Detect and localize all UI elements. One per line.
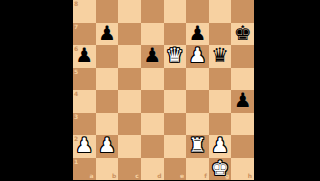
rank-label-5: 5 <box>74 69 78 75</box>
black-king-h7[interactable]: ♚ <box>234 23 252 43</box>
black-queen-g6[interactable]: ♛ <box>211 45 229 65</box>
square-f3[interactable] <box>186 113 209 136</box>
square-b1[interactable]: b <box>96 158 119 181</box>
file-label-h: h <box>248 173 252 179</box>
file-label-a: a <box>90 173 94 179</box>
black-pawn-d6[interactable]: ♟ <box>143 45 161 65</box>
square-h2[interactable] <box>231 135 254 158</box>
rank-label-3: 3 <box>74 114 78 120</box>
square-b2[interactable]: ♟ <box>96 135 119 158</box>
black-pawn-f7[interactable]: ♟ <box>188 23 206 43</box>
square-g4[interactable] <box>209 90 232 113</box>
file-label-d: d <box>157 173 161 179</box>
square-e3[interactable] <box>164 113 187 136</box>
square-e6[interactable]: ♛ <box>164 45 187 68</box>
black-pawn-h4[interactable]: ♟ <box>234 90 252 110</box>
square-g6[interactable]: ♛ <box>209 45 232 68</box>
square-d2[interactable] <box>141 135 164 158</box>
square-a1[interactable]: 1a <box>73 158 96 181</box>
square-c3[interactable] <box>118 113 141 136</box>
file-label-c: c <box>135 173 139 179</box>
square-f7[interactable]: ♟ <box>186 23 209 46</box>
white-rook-f2[interactable]: ♜ <box>188 135 206 155</box>
square-c6[interactable] <box>118 45 141 68</box>
square-c5[interactable] <box>118 68 141 91</box>
white-king-g1[interactable]: ♚ <box>211 158 229 178</box>
square-d4[interactable] <box>141 90 164 113</box>
rank-label-4: 4 <box>74 91 78 97</box>
square-f2[interactable]: ♜ <box>186 135 209 158</box>
square-e1[interactable]: e <box>164 158 187 181</box>
square-b8[interactable] <box>96 0 119 23</box>
square-e7[interactable] <box>164 23 187 46</box>
square-e8[interactable] <box>164 0 187 23</box>
square-g2[interactable]: ♟ <box>209 135 232 158</box>
square-a2[interactable]: 2♟ <box>73 135 96 158</box>
white-queen-e6[interactable]: ♛ <box>166 45 184 65</box>
square-d3[interactable] <box>141 113 164 136</box>
square-a8[interactable]: 8 <box>73 0 96 23</box>
white-pawn-a2[interactable]: ♟ <box>75 135 93 155</box>
square-a5[interactable]: 5 <box>73 68 96 91</box>
square-h7[interactable]: ♚ <box>231 23 254 46</box>
square-d6[interactable]: ♟ <box>141 45 164 68</box>
square-a7[interactable]: 7 <box>73 23 96 46</box>
square-b6[interactable] <box>96 45 119 68</box>
square-h3[interactable] <box>231 113 254 136</box>
rank-label-1: 1 <box>74 159 78 165</box>
square-f8[interactable] <box>186 0 209 23</box>
square-h8[interactable] <box>231 0 254 23</box>
square-a4[interactable]: 4 <box>73 90 96 113</box>
square-h1[interactable]: h <box>231 158 254 181</box>
square-d1[interactable]: d <box>141 158 164 181</box>
white-pawn-f6[interactable]: ♟ <box>188 45 206 65</box>
square-f4[interactable] <box>186 90 209 113</box>
square-e5[interactable] <box>164 68 187 91</box>
rank-label-7: 7 <box>74 24 78 30</box>
black-pawn-b7[interactable]: ♟ <box>98 23 116 43</box>
square-c2[interactable] <box>118 135 141 158</box>
square-d5[interactable] <box>141 68 164 91</box>
square-g5[interactable] <box>209 68 232 91</box>
file-label-f: f <box>204 173 207 179</box>
square-g7[interactable] <box>209 23 232 46</box>
square-c1[interactable]: c <box>118 158 141 181</box>
black-pawn-a6[interactable]: ♟ <box>75 45 93 65</box>
file-label-b: b <box>112 173 116 179</box>
square-g8[interactable] <box>209 0 232 23</box>
file-label-e: e <box>180 173 184 179</box>
square-h5[interactable] <box>231 68 254 91</box>
rank-label-8: 8 <box>74 1 78 7</box>
square-h4[interactable]: ♟ <box>231 90 254 113</box>
square-g3[interactable] <box>209 113 232 136</box>
square-b5[interactable] <box>96 68 119 91</box>
square-f5[interactable] <box>186 68 209 91</box>
square-c4[interactable] <box>118 90 141 113</box>
square-a6[interactable]: 6♟ <box>73 45 96 68</box>
chess-app-screen: 87♟♟♚6♟♟♛♟♛54♟32♟♟♜♟1abcdefg♚h <box>0 0 320 180</box>
square-b7[interactable]: ♟ <box>96 23 119 46</box>
square-e4[interactable] <box>164 90 187 113</box>
square-d7[interactable] <box>141 23 164 46</box>
square-b3[interactable] <box>96 113 119 136</box>
chess-board: 87♟♟♚6♟♟♛♟♛54♟32♟♟♜♟1abcdefg♚h <box>73 0 254 180</box>
square-d8[interactable] <box>141 0 164 23</box>
square-f1[interactable]: f <box>186 158 209 181</box>
square-c7[interactable] <box>118 23 141 46</box>
white-pawn-g2[interactable]: ♟ <box>211 135 229 155</box>
square-c8[interactable] <box>118 0 141 23</box>
square-a3[interactable]: 3 <box>73 113 96 136</box>
square-f6[interactable]: ♟ <box>186 45 209 68</box>
square-g1[interactable]: g♚ <box>209 158 232 181</box>
white-pawn-b2[interactable]: ♟ <box>98 135 116 155</box>
square-e2[interactable] <box>164 135 187 158</box>
square-h6[interactable] <box>231 45 254 68</box>
square-b4[interactable] <box>96 90 119 113</box>
